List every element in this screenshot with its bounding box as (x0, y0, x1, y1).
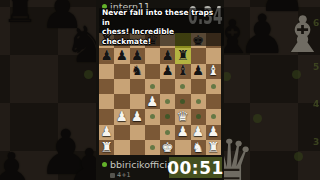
chess-app-view: intern11 0:34 Never fall into these trap… (96, 0, 224, 180)
square-h2[interactable]: ♟ (206, 125, 221, 140)
square-a6[interactable] (99, 64, 114, 79)
square-c4[interactable] (130, 94, 145, 109)
square-b1[interactable] (114, 140, 129, 155)
black-pawn-icon: ♟ (131, 49, 143, 63)
square-b2[interactable] (114, 125, 129, 140)
white-rook-icon: ♜ (101, 141, 113, 155)
caption-line-2: chess! Incredible checkmate! (99, 27, 224, 46)
bottom-player: bbiricikofficial (102, 159, 176, 170)
square-e5[interactable] (160, 79, 175, 94)
game-type-icon (110, 173, 115, 178)
square-b5[interactable] (114, 79, 129, 94)
square-h6[interactable]: ♝ (206, 64, 221, 79)
square-g3[interactable] (191, 109, 206, 124)
bottom-player-clock: 00:51 (169, 157, 222, 178)
bottom-clock-time: 00:51 (167, 158, 224, 178)
video-frame: ♜ ♟ ♞ ♟ ♟ ♟ ♟ ♝ ♟ ♝ ♛ 6 5 4 3 intern11 0… (0, 0, 320, 180)
square-c6[interactable]: ♞ (130, 64, 145, 79)
white-queen-icon: ♛ (177, 110, 189, 124)
square-c7[interactable]: ♟ (130, 48, 145, 63)
black-pawn-icon: ♟ (162, 64, 174, 78)
square-g7[interactable] (191, 48, 206, 63)
black-pawn-icon: ♟ (162, 49, 174, 63)
white-pawn-icon: ♟ (192, 125, 204, 139)
square-d7[interactable] (145, 48, 160, 63)
square-d1[interactable] (145, 140, 160, 155)
time-control: 4+1 (110, 171, 131, 179)
square-d4[interactable]: ♟ (145, 94, 160, 109)
square-a7[interactable]: ♟ (99, 48, 114, 63)
square-h5[interactable] (206, 79, 221, 94)
square-a5[interactable] (99, 79, 114, 94)
square-c3[interactable]: ♟ (130, 109, 145, 124)
square-d2[interactable] (145, 125, 160, 140)
black-rook-icon: ♜ (177, 49, 189, 63)
square-f7[interactable]: ♜ (175, 48, 190, 63)
bottom-player-name[interactable]: bbiricikofficial (110, 159, 176, 170)
white-king-icon: ♚ (162, 141, 174, 155)
white-pawn-icon: ♟ (177, 125, 189, 139)
square-f5[interactable] (175, 79, 190, 94)
white-pawn-icon: ♟ (101, 125, 113, 139)
white-bishop-icon: ♝ (207, 64, 219, 78)
white-rook-icon: ♜ (207, 141, 219, 155)
square-f6[interactable]: ♝ (175, 64, 190, 79)
white-pawn-icon: ♟ (116, 110, 128, 124)
black-pawn-icon: ♟ (101, 49, 113, 63)
square-a1[interactable]: ♜ (99, 140, 114, 155)
square-g2[interactable]: ♟ (191, 125, 206, 140)
square-e1[interactable]: ♚ (160, 140, 175, 155)
square-a4[interactable] (99, 94, 114, 109)
square-g5[interactable] (191, 79, 206, 94)
black-bishop-icon: ♝ (177, 64, 189, 78)
square-e3[interactable] (160, 109, 175, 124)
square-h7[interactable] (206, 48, 221, 63)
square-b6[interactable] (114, 64, 129, 79)
white-knight-icon: ♞ (192, 141, 204, 155)
caption-overlay: Never fall into these traps in chess! In… (99, 8, 224, 46)
square-a2[interactable]: ♟ (99, 125, 114, 140)
square-b3[interactable]: ♟ (114, 109, 129, 124)
square-e2[interactable] (160, 125, 175, 140)
square-a3[interactable] (99, 109, 114, 124)
caption-line-1: Never fall into these traps in (99, 8, 224, 27)
black-knight-icon: ♞ (131, 64, 143, 78)
square-f1[interactable] (175, 140, 190, 155)
white-pawn-icon: ♟ (131, 110, 143, 124)
square-c1[interactable] (130, 140, 145, 155)
square-f4[interactable] (175, 94, 190, 109)
square-e7[interactable]: ♟ (160, 48, 175, 63)
online-indicator-icon (102, 162, 107, 167)
square-f2[interactable]: ♟ (175, 125, 190, 140)
square-e6[interactable]: ♟ (160, 64, 175, 79)
chess-board[interactable]: ♜♛♚♟♟♟♟♜♞♟♝♟♝♟♟♟♛♟♟♟♟♜♚♞♜ (99, 33, 221, 155)
square-g6[interactable]: ♟ (191, 64, 206, 79)
black-pawn-icon: ♟ (116, 49, 128, 63)
square-h3[interactable] (206, 109, 221, 124)
square-d6[interactable] (145, 64, 160, 79)
white-pawn-icon: ♟ (207, 125, 219, 139)
square-d5[interactable] (145, 79, 160, 94)
square-g1[interactable]: ♞ (191, 140, 206, 155)
square-d3[interactable] (145, 109, 160, 124)
square-c2[interactable] (130, 125, 145, 140)
square-e4[interactable] (160, 94, 175, 109)
square-b7[interactable]: ♟ (114, 48, 129, 63)
square-h4[interactable] (206, 94, 221, 109)
white-pawn-icon: ♟ (146, 95, 158, 109)
square-b4[interactable] (114, 94, 129, 109)
black-pawn-icon: ♟ (192, 64, 204, 78)
square-g4[interactable] (191, 94, 206, 109)
time-control-label: 4+1 (117, 171, 131, 179)
square-h1[interactable]: ♜ (206, 140, 221, 155)
square-f3[interactable]: ♛ (175, 109, 190, 124)
square-c5[interactable] (130, 79, 145, 94)
